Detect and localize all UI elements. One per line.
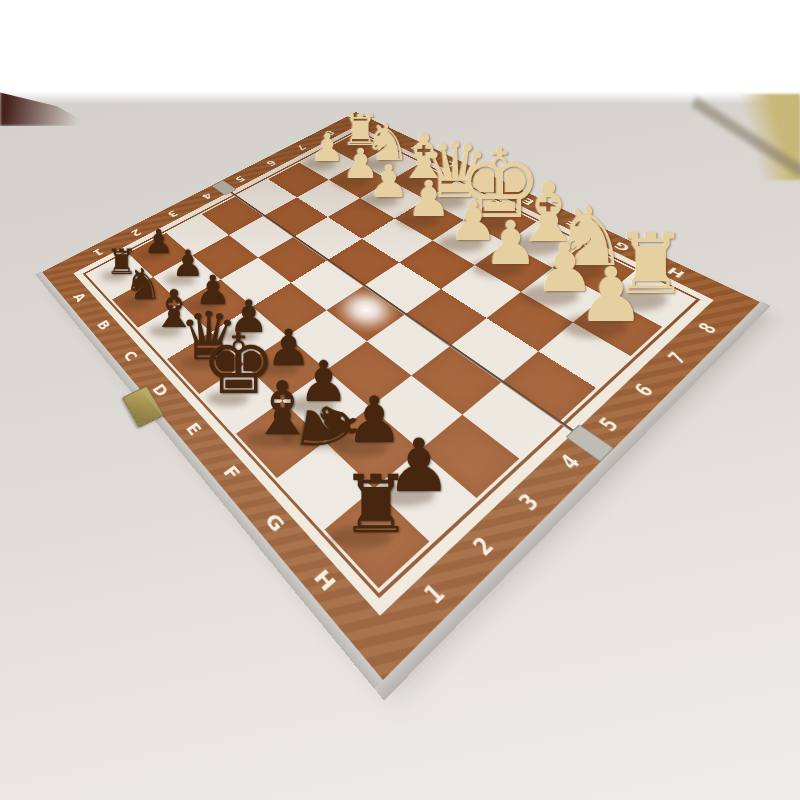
piece-dark-rook-h1[interactable]: ♜ (340, 465, 412, 545)
piece-light-pawn-h7[interactable]: ♟ (577, 258, 645, 333)
piece-dark-bishop-f1[interactable]: ♝ (249, 373, 315, 447)
piece-light-pawn-a7[interactable]: ♟ (310, 129, 344, 167)
photo-scene: AABBCCDDEEFFGGHH1122334455667788 ♜♟♞♟♝♟♛… (0, 0, 800, 800)
piece-light-pawn-d7[interactable]: ♟ (407, 175, 452, 225)
piece-dark-pawn-a2[interactable]: ♟ (144, 225, 174, 258)
piece-light-pawn-c7[interactable]: ♟ (369, 159, 410, 204)
background-white-band (0, 0, 800, 104)
piece-light-pawn-f7[interactable]: ♟ (484, 213, 538, 273)
